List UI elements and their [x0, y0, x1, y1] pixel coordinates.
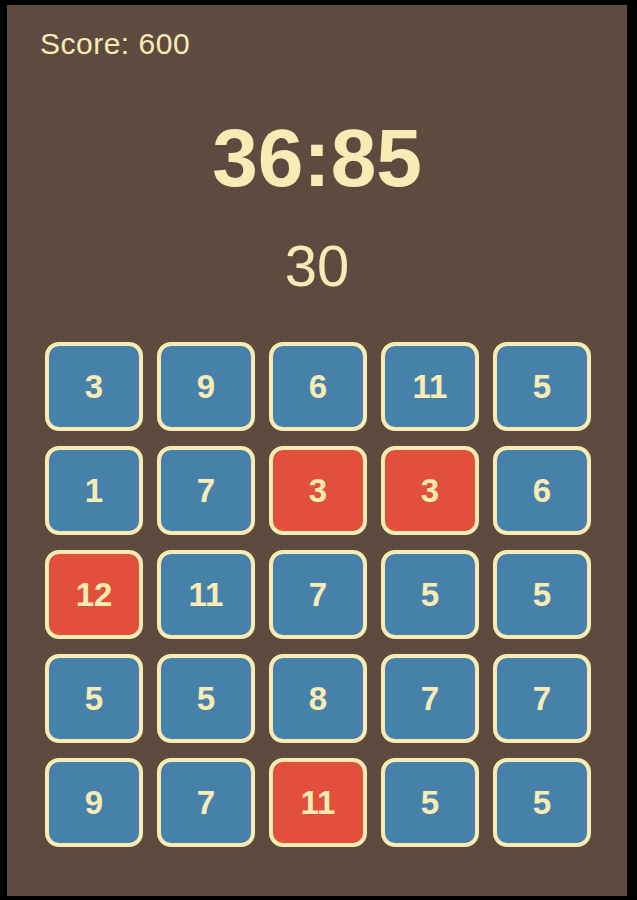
tile-r4c1[interactable]: 7	[157, 758, 255, 847]
tile-r4c4[interactable]: 5	[493, 758, 591, 847]
tile-r0c3[interactable]: 11	[381, 342, 479, 431]
target-sum-display: 30	[7, 237, 627, 295]
tile-r3c2[interactable]: 8	[269, 654, 367, 743]
tile-r1c0[interactable]: 1	[45, 446, 143, 535]
tile-r4c0[interactable]: 9	[45, 758, 143, 847]
game-viewport: Score: 600 36:85 30 39611517336121175555…	[0, 0, 637, 900]
tile-r1c4[interactable]: 6	[493, 446, 591, 535]
tile-r1c2[interactable]: 3	[269, 446, 367, 535]
game-screen: Score: 600 36:85 30 39611517336121175555…	[7, 5, 627, 896]
tile-r3c0[interactable]: 5	[45, 654, 143, 743]
tile-r2c3[interactable]: 5	[381, 550, 479, 639]
tile-r3c1[interactable]: 5	[157, 654, 255, 743]
tile-r2c1[interactable]: 11	[157, 550, 255, 639]
tile-r0c2[interactable]: 6	[269, 342, 367, 431]
score-label: Score: 600	[40, 27, 190, 61]
tile-r0c4[interactable]: 5	[493, 342, 591, 431]
tile-r2c2[interactable]: 7	[269, 550, 367, 639]
tile-r3c3[interactable]: 7	[381, 654, 479, 743]
tile-r2c4[interactable]: 5	[493, 550, 591, 639]
tile-r2c0[interactable]: 12	[45, 550, 143, 639]
tile-r4c3[interactable]: 5	[381, 758, 479, 847]
tile-r1c1[interactable]: 7	[157, 446, 255, 535]
tile-r0c0[interactable]: 3	[45, 342, 143, 431]
tile-r0c1[interactable]: 9	[157, 342, 255, 431]
timer-display: 36:85	[7, 117, 627, 199]
tile-r4c2[interactable]: 11	[269, 758, 367, 847]
tile-r1c3[interactable]: 3	[381, 446, 479, 535]
tile-r3c4[interactable]: 7	[493, 654, 591, 743]
number-tile-grid: 39611517336121175555877971155	[45, 342, 591, 847]
